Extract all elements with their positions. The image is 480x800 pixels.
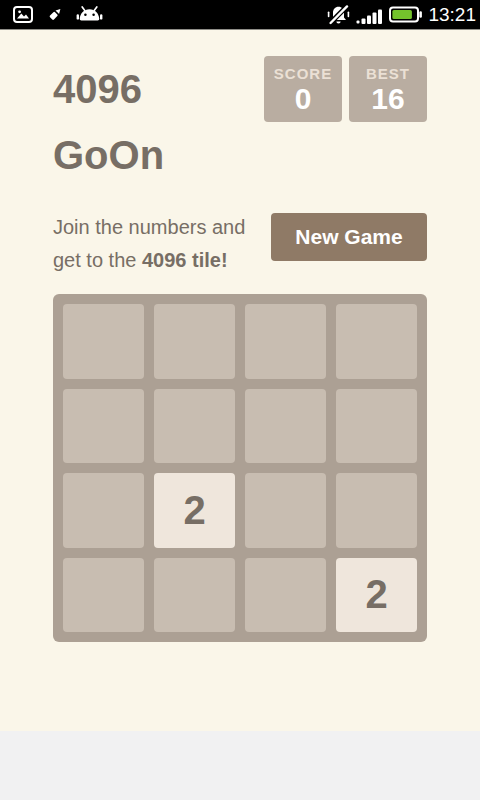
status-bar-left: [13, 5, 103, 25]
empty-cell: [336, 389, 417, 464]
tile-2: 2: [336, 558, 417, 633]
best-box: BEST 16: [349, 56, 427, 122]
status-bar-right: 13:21: [327, 0, 477, 30]
empty-cell: [154, 304, 235, 379]
tile-2: 2: [154, 473, 235, 548]
empty-cell: [154, 389, 235, 464]
status-bar: 13:21: [0, 0, 480, 30]
brush-icon: [45, 5, 64, 25]
empty-cell: [336, 473, 417, 548]
app-content: 4096 GoOn SCORE 0 BEST 16 Join the numbe…: [0, 30, 480, 642]
empty-cell: [245, 558, 326, 633]
intro-line2-prefix: get to the: [53, 249, 142, 271]
clock: 13:21: [428, 0, 477, 30]
board[interactable]: 22: [53, 294, 427, 642]
empty-cell: [63, 389, 144, 464]
empty-cell: [154, 558, 235, 633]
empty-cell: [245, 473, 326, 548]
empty-cell: [63, 304, 144, 379]
intro-line1: Join the numbers and: [53, 216, 245, 238]
best-label: BEST: [366, 64, 410, 83]
empty-cell: [336, 304, 417, 379]
empty-cell: [245, 304, 326, 379]
score-label: SCORE: [274, 64, 332, 83]
screenshot-icon: [13, 6, 33, 23]
empty-cell: [63, 473, 144, 548]
app-title: 4096 GoOn: [53, 56, 264, 188]
empty-cell: [245, 389, 326, 464]
intro-row: Join the numbers andget to the 4096 tile…: [53, 211, 427, 277]
score-value: 0: [295, 83, 312, 115]
intro-text: Join the numbers andget to the 4096 tile…: [53, 211, 245, 277]
header-row: 4096 GoOn SCORE 0 BEST 16: [53, 56, 427, 188]
android-robot-icon: [76, 6, 103, 24]
intro-goal: 4096 tile!: [142, 249, 228, 271]
empty-cell: [63, 558, 144, 633]
score-panel: SCORE 0 BEST 16: [264, 56, 427, 122]
battery-icon: [389, 6, 422, 23]
ad-banner-area: [0, 731, 480, 800]
phone-screen: 13:21 4096 GoOn SCORE 0 BEST 16 Join the…: [0, 0, 480, 800]
signal-strength-icon: [356, 6, 383, 24]
score-box: SCORE 0: [264, 56, 342, 122]
best-value: 16: [371, 83, 404, 115]
mute-vibrate-icon: [327, 5, 350, 25]
new-game-button[interactable]: New Game: [271, 213, 427, 261]
